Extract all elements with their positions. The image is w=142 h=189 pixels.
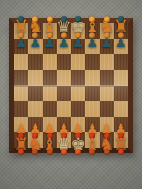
square-h6[interactable] (114, 54, 128, 70)
piece-glyph: ♟ (15, 36, 27, 49)
square-g2[interactable]: ♟ (100, 117, 114, 133)
square-g6[interactable] (100, 54, 114, 70)
square-d4[interactable] (57, 86, 71, 102)
piece-glyph: ♟ (30, 36, 42, 49)
piece-cap (61, 149, 67, 155)
square-a2[interactable]: ♟ (14, 117, 28, 133)
square-c3[interactable] (43, 101, 57, 117)
piece-cap (89, 149, 95, 155)
square-f5[interactable] (85, 70, 99, 86)
square-a6[interactable] (14, 54, 28, 70)
square-c7[interactable]: ♟ (43, 39, 57, 55)
square-e4[interactable] (71, 86, 85, 102)
piece-black-pawn[interactable]: ♟ (14, 35, 28, 51)
square-b1[interactable]: ♞ (28, 132, 42, 148)
square-h4[interactable] (114, 86, 128, 102)
square-b2[interactable]: ♟ (28, 117, 42, 133)
square-e3[interactable] (71, 101, 85, 117)
square-b3[interactable] (28, 101, 42, 117)
piece-cap (104, 149, 110, 155)
square-d2[interactable]: ♟ (57, 117, 71, 133)
square-h5[interactable] (114, 70, 128, 86)
square-c4[interactable] (43, 86, 57, 102)
piece-white-knight[interactable]: ♞ (100, 136, 114, 152)
piece-glyph: ♟ (115, 36, 127, 49)
piece-white-rook[interactable]: ♜ (114, 136, 128, 152)
square-f6[interactable] (85, 54, 99, 70)
square-e2[interactable]: ♟ (71, 117, 85, 133)
square-b4[interactable] (28, 86, 42, 102)
square-b6[interactable] (28, 54, 42, 70)
square-f4[interactable] (85, 86, 99, 102)
square-g7[interactable]: ♟ (100, 39, 114, 55)
square-f1[interactable]: ♝ (85, 132, 99, 148)
square-e7[interactable]: ♟ (71, 39, 85, 55)
piece-cap (32, 149, 38, 155)
square-f3[interactable] (85, 101, 99, 117)
square-c5[interactable] (43, 70, 57, 86)
square-b5[interactable] (28, 70, 42, 86)
square-g4[interactable] (100, 86, 114, 102)
square-h3[interactable] (114, 101, 128, 117)
piece-glyph: ♟ (87, 36, 99, 49)
piece-glyph: ♟ (101, 36, 113, 49)
square-c1[interactable]: ♝ (43, 132, 57, 148)
piece-glyph: ♟ (44, 36, 56, 49)
square-e1[interactable]: ♚ (71, 132, 85, 148)
square-h1[interactable]: ♜ (114, 132, 128, 148)
piece-black-pawn[interactable]: ♟ (85, 35, 99, 51)
square-h2[interactable]: ♟ (114, 117, 128, 133)
square-g3[interactable] (100, 101, 114, 117)
piece-white-bishop[interactable]: ♝ (43, 136, 57, 152)
piece-black-pawn[interactable]: ♟ (28, 35, 42, 51)
square-c2[interactable]: ♟ (43, 117, 57, 133)
piece-white-king[interactable]: ♚ (71, 136, 85, 152)
square-b7[interactable]: ♟ (28, 39, 42, 55)
piece-white-queen[interactable]: ♛ (57, 136, 71, 152)
square-d1[interactable]: ♛ (57, 132, 71, 148)
piece-black-pawn[interactable]: ♟ (71, 35, 85, 51)
piece-black-pawn[interactable]: ♟ (57, 35, 71, 51)
piece-cap (18, 149, 24, 155)
square-h7[interactable]: ♟ (114, 39, 128, 55)
piece-cap (47, 149, 53, 155)
piece-black-pawn[interactable]: ♟ (114, 35, 128, 51)
square-e6[interactable] (71, 54, 85, 70)
square-d6[interactable] (57, 54, 71, 70)
square-a7[interactable]: ♟ (14, 39, 28, 55)
square-g1[interactable]: ♞ (100, 132, 114, 148)
square-a1[interactable]: ♜ (14, 132, 28, 148)
piece-cap (75, 149, 81, 155)
square-c6[interactable] (43, 54, 57, 70)
square-g5[interactable] (100, 70, 114, 86)
piece-black-pawn[interactable]: ♟ (100, 35, 114, 51)
square-d7[interactable]: ♟ (57, 39, 71, 55)
piece-cap (118, 149, 124, 155)
square-a4[interactable] (14, 86, 28, 102)
piece-glyph: ♟ (72, 36, 84, 49)
piece-white-rook[interactable]: ♜ (14, 136, 28, 152)
piece-white-knight[interactable]: ♞ (28, 136, 42, 152)
board-squares: ♜♞♝♛♚♝♞♜♟♟♟♟♟♟♟♟♟♟♟♟♟♟♟♟♜♞♝♛♚♝♞♜ (14, 23, 128, 148)
square-f2[interactable]: ♟ (85, 117, 99, 133)
piece-glyph: ♟ (58, 36, 70, 49)
square-a5[interactable] (14, 70, 28, 86)
square-d5[interactable] (57, 70, 71, 86)
piece-white-bishop[interactable]: ♝ (85, 136, 99, 152)
square-d3[interactable] (57, 101, 71, 117)
piece-black-pawn[interactable]: ♟ (43, 35, 57, 51)
square-e5[interactable] (71, 70, 85, 86)
square-f7[interactable]: ♟ (85, 39, 99, 55)
chess-board: ♜♞♝♛♚♝♞♜♟♟♟♟♟♟♟♟♟♟♟♟♟♟♟♟♜♞♝♛♚♝♞♜ (9, 18, 133, 153)
square-a3[interactable] (14, 101, 28, 117)
photo-background: ♜♞♝♛♚♝♞♜♟♟♟♟♟♟♟♟♟♟♟♟♟♟♟♟♜♞♝♛♚♝♞♜ (0, 0, 142, 189)
